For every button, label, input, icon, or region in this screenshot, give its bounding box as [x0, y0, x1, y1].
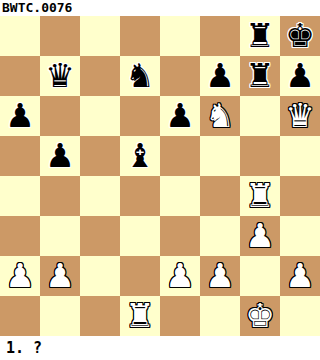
piece-black-rook: ♜: [245, 16, 275, 56]
piece-black-knight: ♞: [125, 56, 155, 96]
square-d2[interactable]: [120, 256, 160, 296]
square-e8[interactable]: [160, 16, 200, 56]
square-g6[interactable]: [240, 96, 280, 136]
page-title: BWTC.0076: [0, 0, 320, 16]
piece-white-pawn: ♟: [205, 256, 235, 296]
square-f3[interactable]: [200, 216, 240, 256]
piece-white-pawn: ♟: [5, 256, 35, 296]
square-b7[interactable]: ♛: [40, 56, 80, 96]
square-f8[interactable]: [200, 16, 240, 56]
square-a3[interactable]: [0, 216, 40, 256]
square-c8[interactable]: [80, 16, 120, 56]
square-c7[interactable]: [80, 56, 120, 96]
piece-black-pawn: ♟: [45, 136, 75, 176]
square-e7[interactable]: [160, 56, 200, 96]
square-d7[interactable]: ♞: [120, 56, 160, 96]
piece-white-pawn: ♟: [245, 216, 275, 256]
piece-white-pawn: ♟: [285, 256, 315, 296]
square-c6[interactable]: [80, 96, 120, 136]
square-d1[interactable]: ♜: [120, 296, 160, 336]
piece-white-knight: ♞: [205, 96, 235, 136]
square-c1[interactable]: [80, 296, 120, 336]
chess-board: ♜♚♛♞♟♜♟♟♟♞♛♟♝♜♟♟♟♟♟♟♜♚: [0, 16, 320, 336]
square-b1[interactable]: [40, 296, 80, 336]
square-h6[interactable]: ♛: [280, 96, 320, 136]
square-b6[interactable]: [40, 96, 80, 136]
piece-black-rook: ♜: [245, 56, 275, 96]
square-d4[interactable]: [120, 176, 160, 216]
square-c5[interactable]: [80, 136, 120, 176]
square-d3[interactable]: [120, 216, 160, 256]
square-e2[interactable]: ♟: [160, 256, 200, 296]
square-h1[interactable]: [280, 296, 320, 336]
piece-black-queen: ♛: [45, 56, 75, 96]
square-e6[interactable]: ♟: [160, 96, 200, 136]
square-e5[interactable]: [160, 136, 200, 176]
piece-white-rook: ♜: [245, 176, 275, 216]
square-c2[interactable]: [80, 256, 120, 296]
piece-black-pawn: ♟: [5, 96, 35, 136]
square-f4[interactable]: [200, 176, 240, 216]
square-f1[interactable]: [200, 296, 240, 336]
square-e4[interactable]: [160, 176, 200, 216]
piece-white-pawn: ♟: [165, 256, 195, 296]
piece-black-pawn: ♟: [165, 96, 195, 136]
square-e1[interactable]: [160, 296, 200, 336]
square-a5[interactable]: [0, 136, 40, 176]
square-a7[interactable]: [0, 56, 40, 96]
square-c4[interactable]: [80, 176, 120, 216]
square-a8[interactable]: [0, 16, 40, 56]
square-f6[interactable]: ♞: [200, 96, 240, 136]
square-d6[interactable]: [120, 96, 160, 136]
square-b3[interactable]: [40, 216, 80, 256]
square-d5[interactable]: ♝: [120, 136, 160, 176]
square-a2[interactable]: ♟: [0, 256, 40, 296]
square-f2[interactable]: ♟: [200, 256, 240, 296]
square-a6[interactable]: ♟: [0, 96, 40, 136]
piece-white-king: ♚: [245, 296, 275, 336]
piece-black-pawn: ♟: [285, 56, 315, 96]
square-b2[interactable]: ♟: [40, 256, 80, 296]
square-b8[interactable]: [40, 16, 80, 56]
square-b5[interactable]: ♟: [40, 136, 80, 176]
square-a4[interactable]: [0, 176, 40, 216]
square-g1[interactable]: ♚: [240, 296, 280, 336]
square-h4[interactable]: [280, 176, 320, 216]
piece-white-pawn: ♟: [45, 256, 75, 296]
piece-black-bishop: ♝: [125, 136, 155, 176]
square-a1[interactable]: [0, 296, 40, 336]
piece-white-queen: ♛: [285, 96, 315, 136]
square-g4[interactable]: ♜: [240, 176, 280, 216]
square-g3[interactable]: ♟: [240, 216, 280, 256]
square-b4[interactable]: [40, 176, 80, 216]
piece-black-king: ♚: [285, 16, 315, 56]
move-prompt: 1. ?: [0, 336, 320, 360]
square-c3[interactable]: [80, 216, 120, 256]
square-e3[interactable]: [160, 216, 200, 256]
square-h3[interactable]: [280, 216, 320, 256]
square-g2[interactable]: [240, 256, 280, 296]
square-g8[interactable]: ♜: [240, 16, 280, 56]
square-g7[interactable]: ♜: [240, 56, 280, 96]
square-d8[interactable]: [120, 16, 160, 56]
square-f7[interactable]: ♟: [200, 56, 240, 96]
square-h7[interactable]: ♟: [280, 56, 320, 96]
square-g5[interactable]: [240, 136, 280, 176]
piece-black-pawn: ♟: [205, 56, 235, 96]
piece-white-rook: ♜: [125, 296, 155, 336]
square-h8[interactable]: ♚: [280, 16, 320, 56]
square-h5[interactable]: [280, 136, 320, 176]
square-h2[interactable]: ♟: [280, 256, 320, 296]
square-f5[interactable]: [200, 136, 240, 176]
